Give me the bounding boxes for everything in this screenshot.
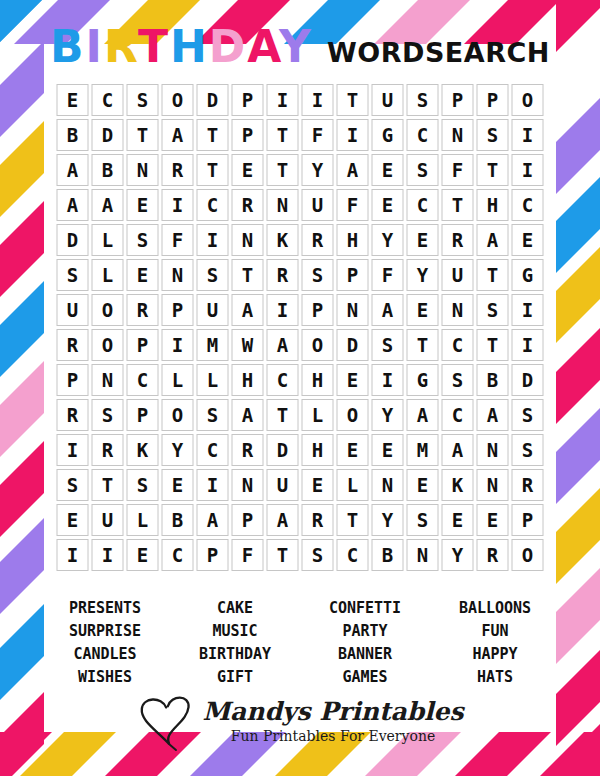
page-title: BIRTHDAY WORDSEARCH [40, 20, 560, 74]
grid-cell: N [162, 259, 194, 291]
grid-cell: S [127, 224, 159, 256]
grid-cell: B [162, 504, 194, 536]
word-item: WISHES [40, 666, 170, 689]
grid-cell: P [127, 329, 159, 361]
grid-cell: A [92, 189, 124, 221]
grid-cell: P [232, 119, 264, 151]
grid-cell: C [162, 539, 194, 571]
grid-cell: T [92, 469, 124, 501]
grid-cell: C [407, 119, 439, 151]
grid-cell: S [57, 469, 89, 501]
grid-cell: N [337, 294, 369, 326]
border-stripe [556, 408, 600, 504]
title-letter: A [247, 21, 279, 72]
grid-cell: Y [302, 154, 334, 186]
grid-cell: E [442, 504, 474, 536]
grid-cell: U [372, 84, 404, 116]
word-item: FUN [430, 620, 560, 643]
grid-cell: L [92, 259, 124, 291]
grid-cell: R [162, 154, 194, 186]
grid-cell: R [57, 399, 89, 431]
grid-cell: A [372, 294, 404, 326]
border-stripe [556, 328, 600, 424]
grid-cell: L [127, 504, 159, 536]
grid-cell: N [372, 469, 404, 501]
grid-cell: Y [372, 399, 404, 431]
grid-cell: I [57, 434, 89, 466]
word-item: PRESENTS [40, 597, 170, 620]
printable-page: BIRTHDAY WORDSEARCH ECSODPIITUSPPOBDTATP… [0, 0, 600, 776]
grid-cell: I [512, 119, 544, 151]
grid-cell: T [337, 504, 369, 536]
grid-cell: E [57, 504, 89, 536]
grid-cell: Y [162, 434, 194, 466]
grid-cell: I [372, 364, 404, 396]
grid-cell: I [337, 119, 369, 151]
grid-cell: I [92, 539, 124, 571]
word-item: CONFETTI [300, 597, 430, 620]
grid-cell: L [162, 364, 194, 396]
grid-cell: F [302, 119, 334, 151]
border-stripe [556, 98, 600, 194]
border-stripe [0, 361, 44, 457]
grid-cell: N [477, 434, 509, 466]
word-item: BALLOONS [430, 597, 560, 620]
grid-cell: C [267, 364, 299, 396]
grid-cell: P [442, 84, 474, 116]
grid-cell: Y [372, 504, 404, 536]
grid-cell: E [512, 224, 544, 256]
grid-cell: N [232, 224, 264, 256]
grid-cell: P [127, 399, 159, 431]
title-letter: B [50, 21, 86, 72]
grid-cell: I [162, 329, 194, 361]
grid-cell: R [302, 504, 334, 536]
word-item: GAMES [300, 666, 430, 689]
grid-cell: L [337, 469, 369, 501]
grid-cell: T [267, 154, 299, 186]
grid-cell: E [372, 434, 404, 466]
grid-cell: F [442, 154, 474, 186]
grid-cell: A [407, 399, 439, 431]
grid-cell: K [267, 224, 299, 256]
grid-cell: B [477, 364, 509, 396]
grid-cell: A [477, 224, 509, 256]
grid-cell: K [442, 469, 474, 501]
grid-cell: S [512, 434, 544, 466]
word-item: HAPPY [430, 643, 560, 666]
grid-cell: S [372, 329, 404, 361]
grid-cell: P [302, 294, 334, 326]
grid-cell: R [232, 434, 264, 466]
border-stripe [556, 568, 600, 664]
grid-cell: P [512, 504, 544, 536]
grid-cell: T [477, 154, 509, 186]
grid-cell: A [232, 294, 264, 326]
grid-cell: C [197, 434, 229, 466]
grid-cell: E [337, 364, 369, 396]
grid-cell: P [477, 84, 509, 116]
grid-cell: T [267, 119, 299, 151]
grid-cell: T [127, 119, 159, 151]
word-column: CONFETTIPARTYBANNERGAMES [300, 597, 430, 689]
grid-cell: I [197, 224, 229, 256]
grid-cell: H [477, 189, 509, 221]
title-letter: H [170, 21, 209, 72]
grid-cell: C [337, 539, 369, 571]
border-stripe [0, 121, 44, 217]
grid-cell: S [512, 399, 544, 431]
word-item: HATS [430, 666, 560, 689]
grid-cell: R [232, 189, 264, 221]
grid-cell: D [197, 84, 229, 116]
grid-cell: A [267, 504, 299, 536]
border-stripe [556, 0, 600, 52]
grid-cell: B [57, 119, 89, 151]
grid-cell: C [407, 189, 439, 221]
grid-cell: N [442, 119, 474, 151]
grid-cell: C [92, 84, 124, 116]
grid-cell: T [442, 189, 474, 221]
grid-cell: K [127, 434, 159, 466]
grid-cell: R [442, 224, 474, 256]
grid-cell: A [57, 154, 89, 186]
grid-cell: I [57, 539, 89, 571]
grid-cell: T [477, 259, 509, 291]
grid-cell: S [477, 119, 509, 151]
grid-cell: A [477, 399, 509, 431]
grid-cell: M [197, 329, 229, 361]
grid-cell: E [477, 504, 509, 536]
grid-cell: S [197, 399, 229, 431]
grid-cell: N [232, 469, 264, 501]
title-birthday: BIRTHDAY [50, 20, 313, 74]
grid-cell: I [267, 84, 299, 116]
grid-cell: I [512, 329, 544, 361]
border-stripe [0, 0, 44, 42]
grid-cell: P [232, 84, 264, 116]
grid-cell: I [162, 189, 194, 221]
grid-cell: O [512, 539, 544, 571]
brand-block: Mandys Printables Fun Printables For Eve… [202, 698, 463, 744]
grid-cell: P [197, 539, 229, 571]
border-stripe [0, 441, 44, 537]
footer: Mandys Printables Fun Printables For Eve… [0, 690, 600, 752]
grid-cell: S [197, 259, 229, 291]
word-item: CAKE [170, 597, 300, 620]
grid-cell: N [477, 469, 509, 501]
grid-cell: O [162, 84, 194, 116]
grid-cell: U [302, 189, 334, 221]
border-stripe [0, 201, 44, 297]
grid-cell: A [337, 154, 369, 186]
grid-cell: S [302, 539, 334, 571]
grid-cell: C [442, 399, 474, 431]
grid-cell: H [302, 434, 334, 466]
grid-cell: H [337, 224, 369, 256]
grid-cell: H [302, 364, 334, 396]
grid-cell: A [267, 329, 299, 361]
grid-cell: F [337, 189, 369, 221]
grid-cell: G [407, 364, 439, 396]
grid-cell: E [407, 469, 439, 501]
grid-cell: Y [442, 539, 474, 571]
grid-cell: M [407, 434, 439, 466]
border-stripe [0, 281, 44, 377]
grid-cell: E [337, 434, 369, 466]
grid-cell: L [92, 224, 124, 256]
grid-cell: E [57, 84, 89, 116]
grid-cell: A [197, 504, 229, 536]
grid-cell: T [477, 329, 509, 361]
grid-cell: T [197, 154, 229, 186]
grid-cell: O [92, 294, 124, 326]
grid-cell: S [57, 259, 89, 291]
grid-cell: P [232, 504, 264, 536]
grid-cell: C [197, 189, 229, 221]
grid-cell: S [477, 294, 509, 326]
grid-cell: R [512, 469, 544, 501]
grid-cell: E [407, 294, 439, 326]
grid-cell: U [442, 259, 474, 291]
word-item: MUSIC [170, 620, 300, 643]
word-item: BIRTHDAY [170, 643, 300, 666]
word-item: BANNER [300, 643, 430, 666]
border-stripe [556, 488, 600, 584]
grid-cell: O [337, 399, 369, 431]
word-column: CAKEMUSICBIRTHDAYGIFT [170, 597, 300, 689]
grid-cell: E [127, 259, 159, 291]
word-list: PRESENTSSURPRISECANDLESWISHESCAKEMUSICBI… [40, 597, 560, 689]
grid-cell: S [127, 84, 159, 116]
grid-cell: Y [372, 224, 404, 256]
grid-cell: R [477, 539, 509, 571]
grid-cell: S [442, 364, 474, 396]
grid-cell: E [127, 539, 159, 571]
grid-cell: C [512, 189, 544, 221]
grid-cell: E [162, 469, 194, 501]
grid-cell: S [407, 154, 439, 186]
grid-cell: U [197, 294, 229, 326]
grid-cell: E [372, 154, 404, 186]
heart-icon [132, 686, 202, 756]
border-right [556, 0, 600, 776]
wordsearch-grid: ECSODPIITUSPPOBDTATPTFIGCNSIABNRTETYAESF… [57, 84, 544, 571]
grid-cell: T [407, 329, 439, 361]
grid-cell: T [267, 539, 299, 571]
grid-cell: E [127, 189, 159, 221]
grid-cell: O [92, 329, 124, 361]
word-item: SURPRISE [40, 620, 170, 643]
grid-cell: S [407, 84, 439, 116]
grid-cell: P [337, 259, 369, 291]
grid-cell: O [302, 329, 334, 361]
grid-cell: I [512, 154, 544, 186]
grid-cell: B [92, 154, 124, 186]
grid-cell: T [267, 399, 299, 431]
brand-tagline: Fun Printables For Everyone [202, 728, 463, 744]
grid-cell: O [162, 399, 194, 431]
grid-cell: A [162, 119, 194, 151]
grid-cell: R [57, 329, 89, 361]
brand-name: Mandys Printables [202, 698, 463, 726]
grid-cell: F [162, 224, 194, 256]
grid-cell: N [442, 294, 474, 326]
grid-cell: S [302, 259, 334, 291]
grid-cell: E [407, 224, 439, 256]
grid-cell: T [197, 119, 229, 151]
grid-cell: I [197, 469, 229, 501]
grid-cell: E [232, 154, 264, 186]
border-left [0, 0, 44, 776]
grid-cell: G [512, 259, 544, 291]
grid-cell: D [337, 329, 369, 361]
grid-cell: R [127, 294, 159, 326]
grid-cell: A [442, 434, 474, 466]
grid-cell: C [442, 329, 474, 361]
grid-cell: S [92, 399, 124, 431]
grid-cell: R [267, 259, 299, 291]
grid-cell: E [302, 469, 334, 501]
grid-cell: T [337, 84, 369, 116]
grid-cell: F [232, 539, 264, 571]
border-stripe [0, 604, 44, 700]
grid-cell: U [57, 294, 89, 326]
grid-cell: I [267, 294, 299, 326]
word-item: CANDLES [40, 643, 170, 666]
grid-cell: N [407, 539, 439, 571]
grid-cell: C [127, 364, 159, 396]
grid-cell: U [92, 504, 124, 536]
title-letter: Y [279, 21, 313, 72]
grid-cell: N [267, 189, 299, 221]
grid-cell: B [372, 539, 404, 571]
title-wordsearch: WORDSEARCH [327, 37, 550, 68]
border-stripe [0, 41, 44, 137]
grid-cell: L [197, 364, 229, 396]
grid-cell: S [127, 469, 159, 501]
title-letter: D [209, 21, 248, 72]
grid-cell: H [232, 364, 264, 396]
grid-cell: O [512, 84, 544, 116]
grid-cell: T [232, 259, 264, 291]
grid-cell: G [372, 119, 404, 151]
word-column: PRESENTSSURPRISECANDLESWISHES [40, 597, 170, 689]
grid-cell: S [407, 504, 439, 536]
grid-cell: E [372, 189, 404, 221]
grid-cell: A [57, 189, 89, 221]
grid-cell: D [267, 434, 299, 466]
grid-cell: F [372, 259, 404, 291]
grid-cell: U [267, 469, 299, 501]
word-item: PARTY [300, 620, 430, 643]
grid-cell: Y [407, 259, 439, 291]
grid-cell: P [57, 364, 89, 396]
grid-cell: L [302, 399, 334, 431]
grid-cell: R [302, 224, 334, 256]
grid-cell: A [232, 399, 264, 431]
title-letter: R [104, 21, 138, 72]
grid-cell: D [57, 224, 89, 256]
grid-cell: N [92, 364, 124, 396]
grid-cell: P [162, 294, 194, 326]
title-letter: I [86, 21, 104, 72]
grid-cell: W [232, 329, 264, 361]
grid-cell: I [512, 294, 544, 326]
border-stripe [0, 518, 44, 614]
title-letter: T [138, 21, 170, 72]
grid-cell: N [127, 154, 159, 186]
grid-cell: D [512, 364, 544, 396]
word-column: BALLOONSFUNHAPPYHATS [430, 597, 560, 689]
grid-cell: R [92, 434, 124, 466]
grid-cell: D [92, 119, 124, 151]
grid-cell: I [302, 84, 334, 116]
